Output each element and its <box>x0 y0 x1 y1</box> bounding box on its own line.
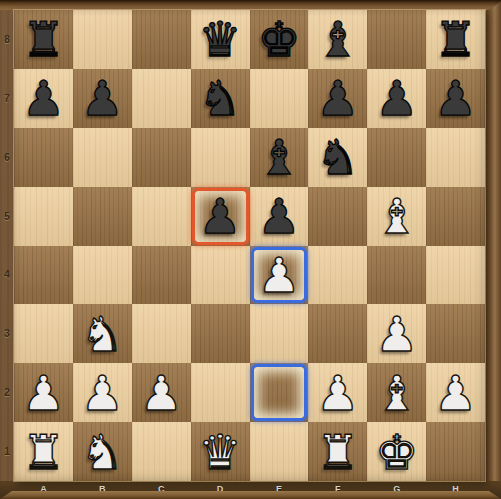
black-pawn[interactable]: ♟ <box>367 69 426 128</box>
white-queen[interactable]: ♛ <box>191 422 250 481</box>
square-g8[interactable] <box>367 10 426 69</box>
black-pawn[interactable]: ♟ <box>14 69 73 128</box>
rank-label-7: 7 <box>0 69 14 128</box>
square-h3[interactable] <box>426 304 485 363</box>
square-c8[interactable] <box>132 10 191 69</box>
square-c6[interactable] <box>132 128 191 187</box>
square-g4[interactable] <box>367 246 426 305</box>
black-knight[interactable]: ♞ <box>308 128 367 187</box>
white-pawn[interactable]: ♟ <box>308 363 367 422</box>
square-a8[interactable]: ♜ <box>14 10 73 69</box>
square-d6[interactable] <box>191 128 250 187</box>
square-d7[interactable]: ♞ <box>191 69 250 128</box>
square-c5[interactable] <box>132 187 191 246</box>
square-f1[interactable]: ♜ <box>308 422 367 481</box>
black-bishop[interactable]: ♝ <box>250 128 309 187</box>
square-h6[interactable] <box>426 128 485 187</box>
white-bishop[interactable]: ♝ <box>367 187 426 246</box>
square-d5[interactable]: ♟ <box>191 187 250 246</box>
rank-label-3: 3 <box>0 304 14 363</box>
rank-labels: 87654321 <box>0 10 14 481</box>
square-c3[interactable] <box>132 304 191 363</box>
square-a5[interactable] <box>14 187 73 246</box>
black-rook[interactable]: ♜ <box>14 10 73 69</box>
chess-board[interactable]: ♜♛♚♝♜♟♟♞♟♟♟♝♞♟♟♝♟♞♟♟♟♟♟♝♟♜♞♛♜♚ <box>14 10 485 481</box>
black-king[interactable]: ♚ <box>250 10 309 69</box>
white-pawn[interactable]: ♟ <box>250 246 309 305</box>
white-pawn[interactable]: ♟ <box>367 304 426 363</box>
board-frame-right <box>485 0 501 492</box>
white-pawn[interactable]: ♟ <box>426 363 485 422</box>
square-b7[interactable]: ♟ <box>73 69 132 128</box>
square-f7[interactable]: ♟ <box>308 69 367 128</box>
white-bishop[interactable]: ♝ <box>367 363 426 422</box>
white-king[interactable]: ♚ <box>367 422 426 481</box>
square-a1[interactable]: ♜ <box>14 422 73 481</box>
square-a2[interactable]: ♟ <box>14 363 73 422</box>
white-pawn[interactable]: ♟ <box>14 363 73 422</box>
square-d2[interactable] <box>191 363 250 422</box>
square-e6[interactable]: ♝ <box>250 128 309 187</box>
rank-label-4: 4 <box>0 246 14 305</box>
square-c4[interactable] <box>132 246 191 305</box>
square-e8[interactable]: ♚ <box>250 10 309 69</box>
square-h7[interactable]: ♟ <box>426 69 485 128</box>
square-a4[interactable] <box>14 246 73 305</box>
square-h8[interactable]: ♜ <box>426 10 485 69</box>
square-b1[interactable]: ♞ <box>73 422 132 481</box>
square-e5[interactable]: ♟ <box>250 187 309 246</box>
square-d3[interactable] <box>191 304 250 363</box>
rank-label-2: 2 <box>0 363 14 422</box>
chess-board-widget: ♜♛♚♝♜♟♟♞♟♟♟♝♞♟♟♝♟♞♟♟♟♟♟♝♟♜♞♛♜♚ 87654321 … <box>0 0 501 499</box>
square-b5[interactable] <box>73 187 132 246</box>
rank-label-8: 8 <box>0 10 14 69</box>
square-b4[interactable] <box>73 246 132 305</box>
black-pawn[interactable]: ♟ <box>308 69 367 128</box>
square-b8[interactable] <box>73 10 132 69</box>
white-rook[interactable]: ♜ <box>14 422 73 481</box>
square-f4[interactable] <box>308 246 367 305</box>
square-e4[interactable]: ♟ <box>250 246 309 305</box>
rank-label-6: 6 <box>0 128 14 187</box>
square-g7[interactable]: ♟ <box>367 69 426 128</box>
square-c1[interactable] <box>132 422 191 481</box>
square-d1[interactable]: ♛ <box>191 422 250 481</box>
square-f6[interactable]: ♞ <box>308 128 367 187</box>
board-frame-bottom-bevel <box>0 491 501 499</box>
last-move-highlight-e2 <box>251 364 308 421</box>
rank-label-5: 5 <box>0 187 14 246</box>
square-h1[interactable] <box>426 422 485 481</box>
square-e1[interactable] <box>250 422 309 481</box>
white-rook[interactable]: ♜ <box>308 422 367 481</box>
square-h2[interactable]: ♟ <box>426 363 485 422</box>
square-b2[interactable]: ♟ <box>73 363 132 422</box>
square-g3[interactable]: ♟ <box>367 304 426 363</box>
square-g2[interactable]: ♝ <box>367 363 426 422</box>
square-f8[interactable]: ♝ <box>308 10 367 69</box>
square-e2[interactable] <box>250 363 309 422</box>
square-e3[interactable] <box>250 304 309 363</box>
square-g6[interactable] <box>367 128 426 187</box>
white-pawn[interactable]: ♟ <box>73 363 132 422</box>
square-f5[interactable] <box>308 187 367 246</box>
black-pawn[interactable]: ♟ <box>73 69 132 128</box>
square-a7[interactable]: ♟ <box>14 69 73 128</box>
square-a3[interactable] <box>14 304 73 363</box>
board-frame-top <box>0 0 501 10</box>
square-f3[interactable] <box>308 304 367 363</box>
square-c7[interactable] <box>132 69 191 128</box>
square-d8[interactable]: ♛ <box>191 10 250 69</box>
white-knight[interactable]: ♞ <box>73 422 132 481</box>
square-f2[interactable]: ♟ <box>308 363 367 422</box>
square-c2[interactable]: ♟ <box>132 363 191 422</box>
square-a6[interactable] <box>14 128 73 187</box>
square-b6[interactable] <box>73 128 132 187</box>
white-pawn[interactable]: ♟ <box>132 363 191 422</box>
square-d4[interactable] <box>191 246 250 305</box>
square-g5[interactable]: ♝ <box>367 187 426 246</box>
black-pawn[interactable]: ♟ <box>191 187 250 246</box>
square-g1[interactable]: ♚ <box>367 422 426 481</box>
rank-label-1: 1 <box>0 422 14 481</box>
square-b3[interactable]: ♞ <box>73 304 132 363</box>
black-pawn[interactable]: ♟ <box>250 187 309 246</box>
black-rook[interactable]: ♜ <box>426 10 485 69</box>
white-knight[interactable]: ♞ <box>73 304 132 363</box>
square-e7[interactable] <box>250 69 309 128</box>
black-bishop[interactable]: ♝ <box>308 10 367 69</box>
square-h5[interactable] <box>426 187 485 246</box>
black-knight[interactable]: ♞ <box>191 69 250 128</box>
black-pawn[interactable]: ♟ <box>426 69 485 128</box>
square-h4[interactable] <box>426 246 485 305</box>
black-queen[interactable]: ♛ <box>191 10 250 69</box>
